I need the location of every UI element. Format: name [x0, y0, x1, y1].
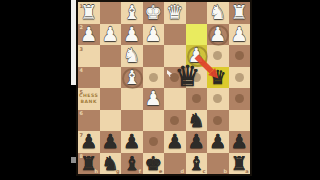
white-rook[interactable]: ♜ — [229, 2, 251, 24]
square-f6[interactable] — [121, 110, 143, 132]
black-pawn[interactable]: ♟ — [121, 131, 143, 153]
square-b5[interactable] — [207, 88, 229, 110]
square-e6[interactable] — [143, 110, 165, 132]
white-bishop[interactable]: ♝ — [121, 67, 143, 89]
rank-label-7: 7 — [80, 132, 83, 138]
white-pawn[interactable]: ♟ — [229, 24, 251, 46]
square-d1[interactable]: ♛ — [164, 2, 186, 24]
square-c2[interactable] — [186, 24, 208, 46]
file-label-c: c — [203, 168, 206, 174]
square-b4[interactable]: ♛ — [207, 67, 229, 89]
square-h3[interactable]: 3 — [78, 45, 100, 67]
rank-label-6: 6 — [80, 110, 83, 116]
square-e5[interactable]: ♟ — [143, 88, 165, 110]
rank-label-8: 8 — [80, 153, 83, 159]
black-pawn[interactable]: ♟ — [207, 131, 229, 153]
square-a5[interactable] — [229, 88, 251, 110]
square-f1[interactable]: ♝ — [121, 2, 143, 24]
square-c1[interactable] — [186, 2, 208, 24]
file-label-a: a — [245, 168, 248, 174]
scrollbar-notch — [71, 157, 76, 163]
square-c7[interactable]: ♟ — [186, 131, 208, 153]
square-b2[interactable]: ♟ — [207, 24, 229, 46]
legal-move-dot-b3 — [213, 51, 222, 60]
black-knight[interactable]: ♞ — [186, 110, 208, 132]
square-a8[interactable]: a♜ — [229, 153, 251, 175]
square-b8[interactable]: b — [207, 153, 229, 175]
square-b6[interactable] — [207, 110, 229, 132]
square-a3[interactable] — [229, 45, 251, 67]
legal-move-dot-a5 — [235, 94, 244, 103]
legal-move-dot-b5 — [213, 94, 222, 103]
file-label-h: h — [94, 168, 98, 174]
square-f5[interactable] — [121, 88, 143, 110]
square-h1[interactable]: 1♜ — [78, 2, 100, 24]
square-a4[interactable] — [229, 67, 251, 89]
black-pawn[interactable]: ♟ — [100, 131, 122, 153]
white-pawn[interactable]: ♟ — [143, 88, 165, 110]
legal-move-dot-c5 — [192, 94, 201, 103]
legal-move-dot-a3 — [235, 51, 244, 60]
square-e8[interactable]: e♚ — [143, 153, 165, 175]
file-label-e: e — [159, 168, 162, 174]
watermark-line2: BANK — [81, 99, 97, 105]
legal-move-dot-a4 — [235, 73, 244, 82]
file-label-f: f — [139, 168, 141, 174]
white-knight[interactable]: ♞ — [207, 2, 229, 24]
square-a7[interactable]: ♟ — [229, 131, 251, 153]
rank-label-3: 3 — [80, 46, 83, 52]
square-e7[interactable] — [143, 131, 165, 153]
white-pawn[interactable]: ♟ — [121, 24, 143, 46]
square-h8[interactable]: 8h♜ — [78, 153, 100, 175]
white-pawn[interactable]: ♟ — [143, 24, 165, 46]
square-g6[interactable] — [100, 110, 122, 132]
right-pillarbox — [252, 0, 320, 180]
black-queen[interactable]: ♛ — [207, 67, 229, 89]
square-g8[interactable]: g♞ — [100, 153, 122, 175]
square-g1[interactable] — [100, 2, 122, 24]
square-d2[interactable] — [164, 24, 186, 46]
square-d6[interactable] — [164, 110, 186, 132]
square-c8[interactable]: c♝ — [186, 153, 208, 175]
square-f7[interactable]: ♟ — [121, 131, 143, 153]
legal-move-dot-b6 — [213, 116, 222, 125]
square-a2[interactable]: ♟ — [229, 24, 251, 46]
square-e3[interactable] — [143, 45, 165, 67]
scrollbar-strip — [71, 0, 76, 85]
white-queen[interactable]: ♛ — [164, 2, 186, 24]
white-pawn[interactable]: ♟ — [207, 24, 229, 46]
white-knight[interactable]: ♞ — [121, 45, 143, 67]
square-a1[interactable]: ♜ — [229, 2, 251, 24]
square-g2[interactable]: ♟ — [100, 24, 122, 46]
file-label-g: g — [116, 168, 120, 174]
square-g7[interactable]: ♟ — [100, 131, 122, 153]
file-label-d: d — [180, 168, 184, 174]
square-f2[interactable]: ♟ — [121, 24, 143, 46]
rank-label-5: 5 — [80, 89, 83, 95]
white-king[interactable]: ♚ — [143, 2, 165, 24]
white-bishop[interactable]: ♝ — [121, 2, 143, 24]
square-c6[interactable]: ♞ — [186, 110, 208, 132]
square-b1[interactable]: ♞ — [207, 2, 229, 24]
black-pawn[interactable]: ♟ — [164, 131, 186, 153]
square-e4[interactable] — [143, 67, 165, 89]
rank-label-2: 2 — [80, 24, 83, 30]
square-h6[interactable]: 6 — [78, 110, 100, 132]
square-e1[interactable]: ♚ — [143, 2, 165, 24]
video-frame: { "game": "chess", "position": "r1b1kbnr… — [0, 0, 320, 180]
square-h4[interactable]: 4 — [78, 67, 100, 89]
square-h7[interactable]: 7♟ — [78, 131, 100, 153]
square-f3[interactable]: ♞ — [121, 45, 143, 67]
legal-move-dot-e7 — [149, 137, 158, 146]
square-d8[interactable]: d — [164, 153, 186, 175]
square-g4[interactable] — [100, 67, 122, 89]
left-pillarbox — [0, 0, 71, 180]
rank-label-4: 4 — [80, 67, 83, 73]
square-e2[interactable]: ♟ — [143, 24, 165, 46]
chess-board[interactable]: 1♜♝♚♛♞♜2♟♟♟♟♟♟3♞♟4♝♛5♟6♞7♟♟♟♟♟♟♟8h♜g♞f♝e… — [78, 2, 250, 174]
black-pawn[interactable]: ♟ — [186, 131, 208, 153]
square-d7[interactable]: ♟ — [164, 131, 186, 153]
square-g3[interactable] — [100, 45, 122, 67]
file-label-b: b — [223, 168, 227, 174]
square-g5[interactable] — [100, 88, 122, 110]
square-f4[interactable]: ♝ — [121, 67, 143, 89]
dragged-black-queen[interactable]: ♛ — [172, 61, 203, 92]
legal-move-dot-e4 — [149, 73, 158, 82]
legal-move-dot-d6 — [170, 116, 179, 125]
square-b7[interactable]: ♟ — [207, 131, 229, 153]
white-pawn[interactable]: ♟ — [100, 24, 122, 46]
square-h2[interactable]: 2♟ — [78, 24, 100, 46]
square-a6[interactable] — [229, 110, 251, 132]
square-b3[interactable] — [207, 45, 229, 67]
square-f8[interactable]: f♝ — [121, 153, 143, 175]
rank-label-1: 1 — [80, 3, 83, 9]
black-pawn[interactable]: ♟ — [229, 131, 251, 153]
